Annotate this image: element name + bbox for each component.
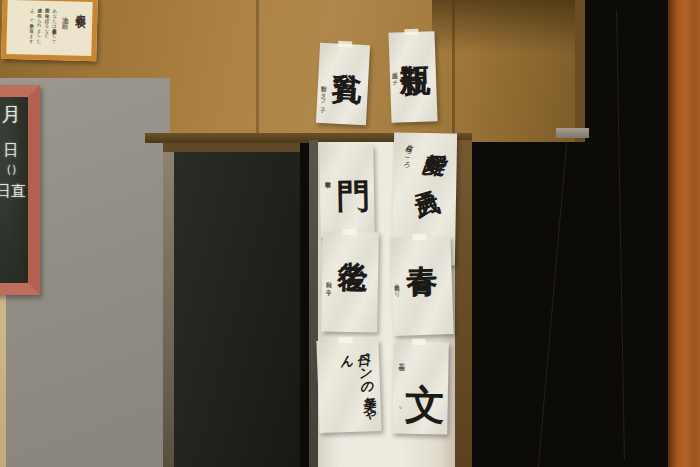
pillar-right-trim <box>455 140 472 467</box>
certificate-title: 表彰状 <box>72 6 87 52</box>
signature: 智和 タフ子 <box>320 81 327 102</box>
tape <box>343 229 357 235</box>
tape <box>404 29 418 35</box>
certificate-body-line: あなたは図書委員として <box>51 5 58 51</box>
chalk-text-column: 月 日 （） 日直 <box>0 105 26 198</box>
tape <box>338 41 352 48</box>
flat-seam <box>452 0 455 142</box>
cursive-calligraphy-text: 日ペンの美子ちゃん <box>319 343 378 428</box>
tape <box>412 234 426 240</box>
signature: 秋田 今子 <box>326 278 332 285</box>
calligraphy-text: 武勇 <box>406 171 429 178</box>
calligraphy-paper-bun: 文 金三二 。 <box>392 342 449 435</box>
flat-seam <box>256 0 259 142</box>
calligraphy-paper-seishun: 青春 観月まり <box>390 236 453 336</box>
calligraphy-text: 文 <box>406 350 447 351</box>
dark-stage-panel <box>163 142 300 467</box>
chalk-line-day: 日 <box>4 142 19 157</box>
calligraphy-text: 貧乳 <box>334 49 364 51</box>
calligraphy-paper-shinbin: 親瓶 魯山マチ <box>388 31 437 123</box>
black-stage-curtain <box>472 0 668 467</box>
circle-mark: 。 <box>399 400 407 411</box>
stage-photo: 月 日 （） 日直 表彰状 池上 殿 あなたは図書委員として 読書の輪を広げるな… <box>0 0 700 467</box>
signature: 桜島こころ <box>401 139 414 164</box>
dark-panel-frame <box>163 142 174 467</box>
calligraphy-paper-nippen: 日ペンの美子ちゃん <box>316 339 381 433</box>
calligraphy-paper-hinnyu: 貧乳 智和 タフ子 <box>316 43 370 126</box>
certificate-body-line: 成績を収められました <box>36 5 43 51</box>
tape <box>338 337 352 343</box>
award-certificate: 表彰状 池上 殿 あなたは図書委員として 読書の輪を広げるなど 成績を収められま… <box>1 0 98 61</box>
calligraphy-text: 門 <box>335 153 370 154</box>
chalkboard: 月 日 （） 日直 <box>0 85 40 295</box>
pillar-left-trim <box>309 140 318 467</box>
signature: 観月まり <box>394 280 400 294</box>
calligraphy-text: 親瓶 <box>398 38 430 39</box>
calligraphy-text: 老後 <box>338 237 369 238</box>
calligraphy-paper-mon: 門 、 前田敏子 <box>319 145 375 238</box>
signature: 魯山マチ <box>392 69 398 83</box>
chalk-line-month: 月 <box>2 105 21 124</box>
baseboard-strip <box>0 290 6 467</box>
cursive-calligraphy-text: 愛離 <box>422 135 452 138</box>
tape <box>412 339 426 345</box>
certificate-text: 表彰状 池上 殿 あなたは図書委員として 読書の輪を広げるなど 成績を収められま… <box>7 1 91 55</box>
certificate-recipient: 池上 殿 <box>59 11 69 51</box>
calligraphy-text: 青春 <box>404 240 436 241</box>
certificate-body-line: よって本状を賞します <box>28 4 35 50</box>
chalk-line-parens: （） <box>0 163 22 175</box>
calligraphy-paper-rougo: 老後 秋田 今子 <box>321 232 379 333</box>
chalk-line-duty: 日直 <box>0 183 26 198</box>
comma-mark: 、 <box>356 197 368 214</box>
mounting-bracket <box>556 128 589 138</box>
wood-pillar-strip <box>668 0 700 467</box>
certificate-body-line: 読書の輪を広げるなど <box>43 5 50 51</box>
